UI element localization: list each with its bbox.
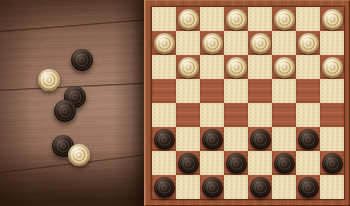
square-a1[interactable] — [152, 175, 176, 199]
square-f2[interactable] — [272, 151, 296, 175]
table-pieces-area — [0, 0, 145, 206]
square-f5[interactable] — [272, 79, 296, 103]
checker-black[interactable] — [154, 129, 175, 150]
square-g4[interactable] — [296, 103, 320, 127]
square-c6[interactable] — [200, 55, 224, 79]
checker-white[interactable] — [250, 33, 271, 54]
square-g5[interactable] — [296, 79, 320, 103]
checker-black[interactable] — [154, 177, 175, 198]
square-d1[interactable] — [224, 175, 248, 199]
square-d4[interactable] — [224, 103, 248, 127]
checker-white[interactable] — [226, 57, 247, 78]
checker-white[interactable] — [226, 9, 247, 30]
square-e4[interactable] — [248, 103, 272, 127]
square-a7[interactable] — [152, 31, 176, 55]
square-h4[interactable] — [320, 103, 344, 127]
checker-white[interactable] — [274, 57, 295, 78]
square-g8[interactable] — [296, 7, 320, 31]
checker-white[interactable] — [154, 33, 175, 54]
square-a5[interactable] — [152, 79, 176, 103]
checker-white[interactable] — [322, 57, 343, 78]
square-g3[interactable] — [296, 127, 320, 151]
square-b6[interactable] — [176, 55, 200, 79]
checker-black[interactable] — [226, 153, 247, 174]
table-piece-black — [54, 100, 76, 122]
board-grid — [152, 7, 344, 199]
square-g6[interactable] — [296, 55, 320, 79]
square-e5[interactable] — [248, 79, 272, 103]
checker-black[interactable] — [298, 129, 319, 150]
square-a2[interactable] — [152, 151, 176, 175]
checker-white[interactable] — [202, 33, 223, 54]
checker-white[interactable] — [274, 9, 295, 30]
checker-white[interactable] — [178, 57, 199, 78]
square-d2[interactable] — [224, 151, 248, 175]
square-e1[interactable] — [248, 175, 272, 199]
game-scene — [0, 0, 350, 206]
square-h1[interactable] — [320, 175, 344, 199]
checker-white[interactable] — [178, 9, 199, 30]
square-h3[interactable] — [320, 127, 344, 151]
checker-black[interactable] — [202, 129, 223, 150]
square-b3[interactable] — [176, 127, 200, 151]
square-f1[interactable] — [272, 175, 296, 199]
square-a6[interactable] — [152, 55, 176, 79]
square-e2[interactable] — [248, 151, 272, 175]
table-piece-black — [71, 49, 93, 71]
square-f6[interactable] — [272, 55, 296, 79]
checker-black[interactable] — [274, 153, 295, 174]
square-h8[interactable] — [320, 7, 344, 31]
square-c5[interactable] — [200, 79, 224, 103]
square-h2[interactable] — [320, 151, 344, 175]
square-d6[interactable] — [224, 55, 248, 79]
square-a3[interactable] — [152, 127, 176, 151]
square-h5[interactable] — [320, 79, 344, 103]
square-f3[interactable] — [272, 127, 296, 151]
square-g1[interactable] — [296, 175, 320, 199]
table-surface — [0, 0, 145, 206]
square-h6[interactable] — [320, 55, 344, 79]
checker-black[interactable] — [322, 153, 343, 174]
square-b2[interactable] — [176, 151, 200, 175]
square-d5[interactable] — [224, 79, 248, 103]
checker-black[interactable] — [202, 177, 223, 198]
square-f4[interactable] — [272, 103, 296, 127]
square-a4[interactable] — [152, 103, 176, 127]
square-g7[interactable] — [296, 31, 320, 55]
square-c3[interactable] — [200, 127, 224, 151]
square-f7[interactable] — [272, 31, 296, 55]
square-b8[interactable] — [176, 7, 200, 31]
square-a8[interactable] — [152, 7, 176, 31]
square-c7[interactable] — [200, 31, 224, 55]
square-b7[interactable] — [176, 31, 200, 55]
square-b1[interactable] — [176, 175, 200, 199]
table-piece-white — [68, 144, 90, 166]
square-d8[interactable] — [224, 7, 248, 31]
square-c1[interactable] — [200, 175, 224, 199]
square-g2[interactable] — [296, 151, 320, 175]
square-d3[interactable] — [224, 127, 248, 151]
square-d7[interactable] — [224, 31, 248, 55]
square-e6[interactable] — [248, 55, 272, 79]
square-f8[interactable] — [272, 7, 296, 31]
checker-white[interactable] — [298, 33, 319, 54]
square-c8[interactable] — [200, 7, 224, 31]
square-e3[interactable] — [248, 127, 272, 151]
checker-black[interactable] — [250, 129, 271, 150]
square-c4[interactable] — [200, 103, 224, 127]
square-b4[interactable] — [176, 103, 200, 127]
table-piece-white — [38, 69, 60, 91]
checker-black[interactable] — [178, 153, 199, 174]
square-h7[interactable] — [320, 31, 344, 55]
checker-white[interactable] — [322, 9, 343, 30]
square-b5[interactable] — [176, 79, 200, 103]
checkers-board — [144, 0, 350, 206]
checker-black[interactable] — [298, 177, 319, 198]
checker-black[interactable] — [250, 177, 271, 198]
square-c2[interactable] — [200, 151, 224, 175]
square-e7[interactable] — [248, 31, 272, 55]
square-e8[interactable] — [248, 7, 272, 31]
